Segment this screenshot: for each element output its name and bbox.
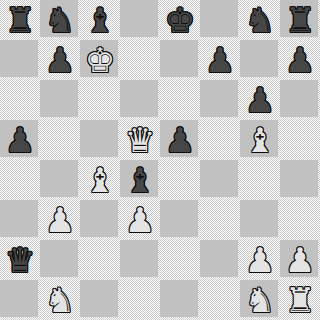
piece-white-knight: ♞: [45, 280, 75, 320]
piece-black-pawn: ♟: [5, 120, 35, 160]
square-f8[interactable]: [200, 0, 240, 40]
piece-black-bishop: ♝: [125, 160, 155, 200]
square-d3[interactable]: ♟: [120, 200, 160, 240]
square-d8[interactable]: [120, 0, 160, 40]
square-d5[interactable]: ♛: [120, 120, 160, 160]
square-g1[interactable]: ♞: [240, 280, 280, 320]
square-c1[interactable]: [80, 280, 120, 320]
square-e7[interactable]: [160, 40, 200, 80]
piece-black-pawn: ♟: [45, 40, 75, 80]
piece-black-rook: ♜: [285, 0, 315, 40]
square-f5[interactable]: [200, 120, 240, 160]
square-b6[interactable]: [40, 80, 80, 120]
piece-white-king: ♚: [85, 40, 115, 80]
square-b7[interactable]: ♟: [40, 40, 80, 80]
square-h7[interactable]: ♟: [280, 40, 320, 80]
piece-white-knight: ♞: [245, 280, 275, 320]
piece-white-pawn: ♟: [125, 200, 155, 240]
square-d7[interactable]: [120, 40, 160, 80]
square-e8[interactable]: ♚: [160, 0, 200, 40]
piece-white-bishop: ♝: [85, 160, 115, 200]
piece-white-queen: ♛: [125, 120, 155, 160]
square-c2[interactable]: [80, 240, 120, 280]
square-c6[interactable]: [80, 80, 120, 120]
piece-black-rook: ♜: [5, 0, 35, 40]
square-c4[interactable]: ♝: [80, 160, 120, 200]
square-g5[interactable]: ♝: [240, 120, 280, 160]
square-d1[interactable]: [120, 280, 160, 320]
piece-white-pawn: ♟: [285, 240, 315, 280]
square-b8[interactable]: ♞: [40, 0, 80, 40]
piece-black-pawn: ♟: [245, 80, 275, 120]
piece-black-king: ♚: [165, 0, 195, 40]
square-a6[interactable]: [0, 80, 40, 120]
piece-black-queen: ♛: [5, 240, 35, 280]
square-h1[interactable]: ♜: [280, 280, 320, 320]
square-f2[interactable]: [200, 240, 240, 280]
square-h5[interactable]: [280, 120, 320, 160]
square-a5[interactable]: ♟: [0, 120, 40, 160]
piece-black-bishop: ♝: [85, 0, 115, 40]
square-b3[interactable]: ♟: [40, 200, 80, 240]
square-b2[interactable]: [40, 240, 80, 280]
square-f3[interactable]: [200, 200, 240, 240]
square-d2[interactable]: [120, 240, 160, 280]
square-g6[interactable]: ♟: [240, 80, 280, 120]
square-g2[interactable]: ♟: [240, 240, 280, 280]
square-g8[interactable]: ♞: [240, 0, 280, 40]
square-e5[interactable]: ♟: [160, 120, 200, 160]
square-e6[interactable]: [160, 80, 200, 120]
square-d4[interactable]: ♝: [120, 160, 160, 200]
square-a8[interactable]: ♜: [0, 0, 40, 40]
piece-white-pawn: ♟: [245, 240, 275, 280]
square-a7[interactable]: [0, 40, 40, 80]
square-c5[interactable]: [80, 120, 120, 160]
square-h6[interactable]: [280, 80, 320, 120]
square-a3[interactable]: [0, 200, 40, 240]
square-f4[interactable]: [200, 160, 240, 200]
square-b5[interactable]: [40, 120, 80, 160]
square-e4[interactable]: [160, 160, 200, 200]
square-h3[interactable]: [280, 200, 320, 240]
square-e1[interactable]: [160, 280, 200, 320]
square-a4[interactable]: [0, 160, 40, 200]
square-f7[interactable]: ♟: [200, 40, 240, 80]
square-g3[interactable]: [240, 200, 280, 240]
square-d6[interactable]: [120, 80, 160, 120]
piece-white-rook: ♜: [285, 280, 315, 320]
square-e2[interactable]: [160, 240, 200, 280]
square-e3[interactable]: [160, 200, 200, 240]
piece-black-pawn: ♟: [165, 120, 195, 160]
square-c8[interactable]: ♝: [80, 0, 120, 40]
square-b4[interactable]: [40, 160, 80, 200]
square-a1[interactable]: [0, 280, 40, 320]
piece-black-pawn: ♟: [205, 40, 235, 80]
square-h2[interactable]: ♟: [280, 240, 320, 280]
piece-white-pawn: ♟: [45, 200, 75, 240]
square-c7[interactable]: ♚: [80, 40, 120, 80]
square-h8[interactable]: ♜: [280, 0, 320, 40]
chess-board: ♜♞♝♚♞♜♟♚♟♟♟♟♛♟♝♝♝♟♟♛♟♟♞♞♜: [0, 0, 320, 320]
piece-black-knight: ♞: [245, 0, 275, 40]
square-f1[interactable]: [200, 280, 240, 320]
square-c3[interactable]: [80, 200, 120, 240]
piece-black-pawn: ♟: [285, 40, 315, 80]
square-h4[interactable]: [280, 160, 320, 200]
square-g7[interactable]: [240, 40, 280, 80]
piece-black-knight: ♞: [45, 0, 75, 40]
square-b1[interactable]: ♞: [40, 280, 80, 320]
square-f6[interactable]: [200, 80, 240, 120]
square-g4[interactable]: [240, 160, 280, 200]
square-a2[interactable]: ♛: [0, 240, 40, 280]
piece-white-bishop: ♝: [245, 120, 275, 160]
